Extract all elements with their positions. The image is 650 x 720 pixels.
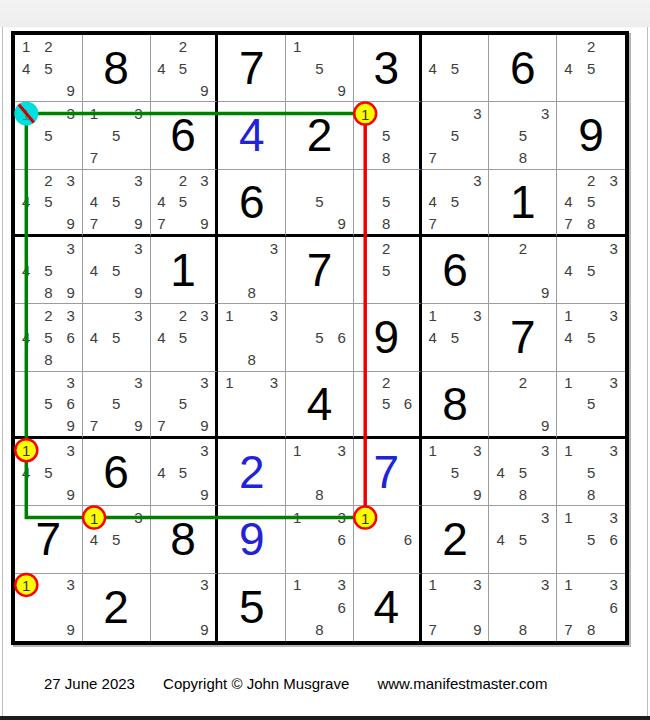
candidate-2: 2 xyxy=(172,35,194,57)
candidate-3: 3 xyxy=(331,574,353,596)
candidate-5: 5 xyxy=(105,528,127,550)
candidate-5: 5 xyxy=(105,124,127,146)
candidate-3: 3 xyxy=(602,506,625,528)
candidate-5 xyxy=(241,259,263,281)
candidate-5: 5 xyxy=(37,57,59,79)
candidate-grid: 245 xyxy=(557,35,625,101)
candidate-2 xyxy=(580,506,603,528)
candidate-2 xyxy=(512,102,534,124)
candidate-grid: 138 xyxy=(286,439,353,505)
cell-r4c2[interactable]: 3459 xyxy=(83,237,151,304)
given-digit: 6 xyxy=(442,247,468,293)
candidate-5: 5 xyxy=(37,393,59,414)
cell-r4c8[interactable]: 29 xyxy=(489,237,557,304)
candidate-9: 9 xyxy=(60,213,82,234)
candidate-7 xyxy=(83,281,105,303)
candidate-4 xyxy=(151,596,173,618)
candidate-9 xyxy=(466,79,488,101)
cell-r8c9[interactable]: 1356 xyxy=(557,506,625,573)
cell-r8c6[interactable]: 16 xyxy=(354,506,422,573)
candidate-8 xyxy=(580,349,603,371)
cell-r3c1[interactable]: 23459 xyxy=(15,170,83,237)
candidate-9: 9 xyxy=(127,213,149,234)
candidate-4 xyxy=(218,393,240,414)
candidate-9 xyxy=(466,213,488,234)
candidate-2 xyxy=(37,237,59,259)
candidate-grid: 345 xyxy=(557,237,625,303)
candidate-4: 4 xyxy=(83,191,105,212)
candidate-1: 1 xyxy=(354,102,376,124)
candidate-6 xyxy=(194,191,216,212)
cell-r1c1[interactable]: 12459 xyxy=(15,35,83,102)
candidate-8 xyxy=(512,281,534,303)
candidate-4 xyxy=(489,596,511,618)
candidate-9 xyxy=(602,213,625,234)
cell-r8c1[interactable]: 7 xyxy=(15,506,83,573)
candidate-4 xyxy=(286,326,308,348)
cell-r5c7[interactable]: 1345 xyxy=(422,304,490,371)
candidate-8 xyxy=(580,281,603,303)
cell-r2c7[interactable]: 357 xyxy=(422,102,490,169)
given-digit: 9 xyxy=(373,314,399,360)
candidate-grid: 138 xyxy=(218,304,285,370)
candidate-8: 8 xyxy=(375,147,397,169)
candidate-2 xyxy=(512,439,534,461)
cell-r2c5[interactable]: 2 xyxy=(286,102,354,169)
cell-r6c3[interactable]: 3579 xyxy=(151,372,219,439)
candidate-7 xyxy=(286,349,308,371)
candidate-grid: 59 xyxy=(286,170,353,234)
cell-r5c1[interactable]: 234568 xyxy=(15,304,83,371)
candidate-2 xyxy=(172,574,194,596)
candidate-grid: 345 xyxy=(489,506,556,572)
candidate-5: 5 xyxy=(37,124,59,146)
candidate-4 xyxy=(15,124,37,146)
cell-r9c1[interactable]: 139 xyxy=(15,574,83,641)
candidate-5: 5 xyxy=(37,326,59,348)
candidate-5: 5 xyxy=(512,528,534,550)
candidate-5: 5 xyxy=(375,393,397,414)
candidate-1 xyxy=(489,102,511,124)
candidate-7 xyxy=(218,415,240,436)
candidate-6 xyxy=(466,596,488,618)
candidate-4: 4 xyxy=(557,259,580,281)
candidate-2 xyxy=(241,372,263,393)
candidate-grid: 357 xyxy=(422,102,489,168)
candidate-7 xyxy=(286,213,308,234)
candidate-4: 4 xyxy=(422,57,444,79)
cell-r8c8[interactable]: 345 xyxy=(489,506,557,573)
candidate-5: 5 xyxy=(105,191,127,212)
candidate-1: 1 xyxy=(557,439,580,461)
candidate-8 xyxy=(105,147,127,169)
cell-r6c9[interactable]: 135 xyxy=(557,372,625,439)
candidate-3: 3 xyxy=(602,304,625,326)
candidate-9: 9 xyxy=(194,483,216,505)
cell-r3c8[interactable]: 1 xyxy=(489,170,557,237)
candidate-6: 6 xyxy=(331,528,353,550)
given-digit: 6 xyxy=(510,45,536,91)
candidate-grid: 56 xyxy=(286,304,353,370)
candidate-7 xyxy=(354,213,376,234)
cell-r6c2[interactable]: 3579 xyxy=(83,372,151,439)
cell-r9c7[interactable]: 1379 xyxy=(422,574,490,641)
cell-r9c2[interactable]: 2 xyxy=(83,574,151,641)
candidate-2 xyxy=(105,102,127,124)
footer-date: 27 June 2023 xyxy=(44,675,135,692)
cell-r6c6[interactable]: 256 xyxy=(354,372,422,439)
window-frame-right xyxy=(647,27,648,717)
candidate-1: 1 xyxy=(15,102,37,124)
candidate-4 xyxy=(354,191,376,212)
candidate-4: 4 xyxy=(151,326,173,348)
candidate-grid: 135 xyxy=(15,102,82,168)
candidate-7 xyxy=(489,415,511,436)
candidate-8 xyxy=(444,147,466,169)
candidate-8: 8 xyxy=(37,281,59,303)
candidate-6 xyxy=(194,393,216,414)
candidate-6 xyxy=(534,124,556,146)
candidate-3 xyxy=(194,35,216,57)
candidate-7 xyxy=(15,79,37,101)
candidate-7 xyxy=(15,349,37,371)
cell-r2c3[interactable]: 6 xyxy=(151,102,219,169)
candidate-6 xyxy=(534,528,556,550)
given-digit: 2 xyxy=(103,584,129,630)
candidate-1 xyxy=(489,372,511,393)
cell-r1c2[interactable]: 8 xyxy=(83,35,151,102)
cell-r9c3[interactable]: 39 xyxy=(151,574,219,641)
candidate-grid: 136 xyxy=(286,506,353,572)
candidate-5: 5 xyxy=(580,57,603,79)
candidate-9 xyxy=(602,281,625,303)
candidate-8 xyxy=(105,415,127,436)
candidate-4: 4 xyxy=(557,191,580,212)
cell-r6c5[interactable]: 4 xyxy=(286,372,354,439)
candidate-8: 8 xyxy=(512,619,534,641)
candidate-6 xyxy=(534,461,556,483)
cell-r7c1[interactable]: 13459 xyxy=(15,439,83,506)
cell-r7c6[interactable]: 7 xyxy=(354,439,422,506)
candidate-8 xyxy=(37,483,59,505)
candidate-6 xyxy=(60,57,82,79)
sudoku-board: 1245982459715934562451351357642158357358… xyxy=(11,31,629,645)
candidate-7 xyxy=(286,483,308,505)
cell-r2c1[interactable]: 135 xyxy=(15,102,83,169)
candidate-4 xyxy=(286,528,308,550)
candidate-1: 1 xyxy=(218,372,240,393)
candidate-2 xyxy=(37,102,59,124)
candidate-1 xyxy=(151,372,173,393)
candidate-9: 9 xyxy=(331,79,353,101)
candidate-2: 2 xyxy=(512,372,534,393)
candidate-1: 1 xyxy=(422,574,444,596)
candidate-3 xyxy=(397,170,419,191)
candidate-4: 4 xyxy=(422,191,444,212)
candidate-1 xyxy=(15,237,37,259)
candidate-3: 3 xyxy=(466,439,488,461)
candidate-4: 4 xyxy=(489,461,511,483)
candidate-2: 2 xyxy=(580,170,603,191)
candidate-9 xyxy=(331,483,353,505)
cell-r1c9[interactable]: 245 xyxy=(557,35,625,102)
solver-digit: 4 xyxy=(239,112,265,158)
candidate-6 xyxy=(127,124,149,146)
candidate-7 xyxy=(286,551,308,573)
candidate-4: 4 xyxy=(422,326,444,348)
candidate-6: 6 xyxy=(602,528,625,550)
candidate-grid: 358 xyxy=(489,102,556,168)
candidate-7 xyxy=(15,415,37,436)
cell-r3c7[interactable]: 3457 xyxy=(422,170,490,237)
candidate-6 xyxy=(194,326,216,348)
candidate-grid: 3569 xyxy=(15,372,82,436)
cell-r9c5[interactable]: 1368 xyxy=(286,574,354,641)
cell-r2c8[interactable]: 358 xyxy=(489,102,557,169)
candidate-9 xyxy=(466,349,488,371)
candidate-1: 1 xyxy=(218,304,240,326)
cell-r5c2[interactable]: 345 xyxy=(83,304,151,371)
candidate-8 xyxy=(105,349,127,371)
candidate-3: 3 xyxy=(466,304,488,326)
candidate-5 xyxy=(375,528,397,550)
candidate-3 xyxy=(397,506,419,528)
cell-r5c3[interactable]: 2345 xyxy=(151,304,219,371)
candidate-6 xyxy=(127,326,149,348)
cell-r8c5[interactable]: 136 xyxy=(286,506,354,573)
cell-r7c7[interactable]: 1359 xyxy=(422,439,490,506)
candidate-7 xyxy=(557,415,580,436)
candidate-9 xyxy=(127,349,149,371)
candidate-grid: 13678 xyxy=(557,574,625,641)
candidate-3: 3 xyxy=(534,102,556,124)
cell-r7c3[interactable]: 3459 xyxy=(151,439,219,506)
cell-r1c6[interactable]: 3 xyxy=(354,35,422,102)
cell-r3c3[interactable]: 234579 xyxy=(151,170,219,237)
cell-r2c6[interactable]: 158 xyxy=(354,102,422,169)
cell-r8c2[interactable]: 1345 xyxy=(83,506,151,573)
candidate-6: 6 xyxy=(397,528,419,550)
candidate-2 xyxy=(308,506,330,528)
candidate-2: 2 xyxy=(37,170,59,191)
cell-r5c4[interactable]: 138 xyxy=(218,304,286,371)
candidate-grid: 159 xyxy=(286,35,353,101)
candidate-5 xyxy=(37,596,59,618)
cell-r3c4[interactable]: 6 xyxy=(218,170,286,237)
cell-r8c3[interactable]: 8 xyxy=(151,506,219,573)
cell-r1c5[interactable]: 159 xyxy=(286,35,354,102)
cell-r6c4[interactable]: 13 xyxy=(218,372,286,439)
candidate-8: 8 xyxy=(37,349,59,371)
candidate-8 xyxy=(580,415,603,436)
candidate-8: 8 xyxy=(375,213,397,234)
candidate-5 xyxy=(241,393,263,414)
candidate-9: 9 xyxy=(60,281,82,303)
candidate-7: 7 xyxy=(422,213,444,234)
candidate-3 xyxy=(602,35,625,57)
candidate-9 xyxy=(397,147,419,169)
candidate-1 xyxy=(151,574,173,596)
candidate-8 xyxy=(37,619,59,641)
candidate-9 xyxy=(397,415,419,436)
footer-copyright: Copyright © John Musgrave xyxy=(163,675,349,692)
candidate-grid: 1379 xyxy=(422,574,489,641)
cell-r7c9[interactable]: 1358 xyxy=(557,439,625,506)
given-digit: 4 xyxy=(307,381,333,427)
candidate-7 xyxy=(286,79,308,101)
candidate-9 xyxy=(466,147,488,169)
candidate-grid: 234568 xyxy=(15,304,82,370)
cell-r1c3[interactable]: 2459 xyxy=(151,35,219,102)
candidate-8 xyxy=(512,415,534,436)
candidate-8 xyxy=(37,213,59,234)
cell-r9c4[interactable]: 5 xyxy=(218,574,286,641)
candidate-8 xyxy=(580,79,603,101)
candidate-grid: 13 xyxy=(218,372,285,436)
candidate-6 xyxy=(263,326,285,348)
candidate-4 xyxy=(489,124,511,146)
cell-r4c3[interactable]: 1 xyxy=(151,237,219,304)
cell-r5c6[interactable]: 9 xyxy=(354,304,422,371)
candidate-6 xyxy=(194,596,216,618)
candidate-5: 5 xyxy=(105,326,127,348)
candidate-6: 6 xyxy=(397,393,419,414)
cell-r4c4[interactable]: 38 xyxy=(218,237,286,304)
candidate-3: 3 xyxy=(194,304,216,326)
cell-r2c4[interactable]: 4 xyxy=(218,102,286,169)
cell-r6c1[interactable]: 3569 xyxy=(15,372,83,439)
candidate-3: 3 xyxy=(194,372,216,393)
candidate-3: 3 xyxy=(60,574,82,596)
candidate-9 xyxy=(194,349,216,371)
cell-r7c2[interactable]: 6 xyxy=(83,439,151,506)
candidate-2: 2 xyxy=(37,304,59,326)
cell-r4c7[interactable]: 6 xyxy=(422,237,490,304)
candidate-9: 9 xyxy=(534,415,556,436)
candidate-2: 2 xyxy=(375,372,397,393)
candidate-7 xyxy=(489,483,511,505)
cell-r3c6[interactable]: 58 xyxy=(354,170,422,237)
cell-r8c7[interactable]: 2 xyxy=(422,506,490,573)
given-digit: 6 xyxy=(103,449,129,495)
cell-r5c9[interactable]: 1345 xyxy=(557,304,625,371)
cell-r8c4[interactable]: 9 xyxy=(218,506,286,573)
cell-r7c4[interactable]: 2 xyxy=(218,439,286,506)
cell-r6c7[interactable]: 8 xyxy=(422,372,490,439)
candidate-1: 1 xyxy=(83,102,105,124)
cell-r7c8[interactable]: 3458 xyxy=(489,439,557,506)
candidate-3: 3 xyxy=(331,439,353,461)
candidate-3: 3 xyxy=(466,574,488,596)
candidate-4: 4 xyxy=(15,259,37,281)
cell-r1c4[interactable]: 7 xyxy=(218,35,286,102)
candidate-1: 1 xyxy=(286,439,308,461)
candidate-5: 5 xyxy=(172,191,194,212)
candidate-3: 3 xyxy=(602,439,625,461)
cell-r1c8[interactable]: 6 xyxy=(489,35,557,102)
candidate-2 xyxy=(172,372,194,393)
candidate-7 xyxy=(422,349,444,371)
cell-r3c2[interactable]: 34579 xyxy=(83,170,151,237)
candidate-1 xyxy=(151,439,173,461)
candidate-9 xyxy=(127,551,149,573)
candidate-9 xyxy=(534,147,556,169)
candidate-9 xyxy=(331,619,353,641)
candidate-9: 9 xyxy=(194,79,216,101)
candidate-6: 6 xyxy=(331,596,353,618)
cell-r9c8[interactable]: 38 xyxy=(489,574,557,641)
candidate-8 xyxy=(308,551,330,573)
given-digit: 6 xyxy=(170,112,196,158)
candidate-1 xyxy=(557,35,580,57)
candidate-1 xyxy=(354,237,376,259)
cell-r1c7[interactable]: 45 xyxy=(422,35,490,102)
candidate-grid: 1356 xyxy=(557,506,625,572)
candidate-5: 5 xyxy=(375,259,397,281)
footer-website[interactable]: www.manifestmaster.com xyxy=(377,675,547,692)
cell-r9c6[interactable]: 4 xyxy=(354,574,422,641)
candidate-9: 9 xyxy=(466,619,488,641)
given-digit: 3 xyxy=(373,45,399,91)
candidate-1: 1 xyxy=(286,506,308,528)
candidate-grid: 38 xyxy=(489,574,556,641)
candidate-8 xyxy=(444,213,466,234)
candidate-grid: 13459 xyxy=(15,439,82,505)
candidate-5: 5 xyxy=(172,326,194,348)
cell-r4c5[interactable]: 7 xyxy=(286,237,354,304)
candidate-6 xyxy=(127,259,149,281)
candidate-3: 3 xyxy=(127,304,149,326)
candidate-2 xyxy=(37,574,59,596)
candidate-5: 5 xyxy=(444,124,466,146)
candidate-2 xyxy=(105,506,127,528)
cell-r4c9[interactable]: 345 xyxy=(557,237,625,304)
candidate-7 xyxy=(489,619,511,641)
candidate-3: 3 xyxy=(602,574,625,596)
candidate-3: 3 xyxy=(534,439,556,461)
cell-r4c6[interactable]: 25 xyxy=(354,237,422,304)
candidate-4 xyxy=(218,259,240,281)
candidate-1 xyxy=(489,506,511,528)
candidate-8 xyxy=(37,147,59,169)
cell-r3c5[interactable]: 59 xyxy=(286,170,354,237)
candidate-6 xyxy=(534,596,556,618)
candidate-1: 1 xyxy=(557,506,580,528)
candidate-8 xyxy=(172,79,194,101)
candidate-3: 3 xyxy=(127,372,149,393)
candidate-5 xyxy=(308,528,330,550)
cell-r2c2[interactable]: 1357 xyxy=(83,102,151,169)
candidate-6 xyxy=(466,124,488,146)
candidate-9: 9 xyxy=(127,281,149,303)
candidate-5 xyxy=(172,596,194,618)
candidate-3: 3 xyxy=(602,170,625,191)
candidate-5 xyxy=(512,393,534,414)
cell-r5c8[interactable]: 7 xyxy=(489,304,557,371)
candidate-9 xyxy=(331,349,353,371)
cell-r3c9[interactable]: 234578 xyxy=(557,170,625,237)
candidate-7 xyxy=(15,619,37,641)
candidate-1 xyxy=(422,170,444,191)
cell-r5c5[interactable]: 56 xyxy=(286,304,354,371)
cell-r7c5[interactable]: 138 xyxy=(286,439,354,506)
candidate-2 xyxy=(308,170,330,191)
candidate-3 xyxy=(534,237,556,259)
cell-r2c9[interactable]: 9 xyxy=(557,102,625,169)
cell-r6c8[interactable]: 29 xyxy=(489,372,557,439)
cell-r9c9[interactable]: 13678 xyxy=(557,574,625,641)
cell-r4c1[interactable]: 34589 xyxy=(15,237,83,304)
